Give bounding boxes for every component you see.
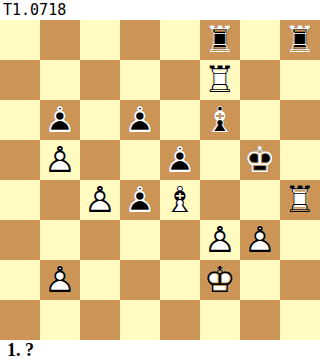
square-g1[interactable] <box>240 300 280 340</box>
square-h5[interactable] <box>280 140 320 180</box>
square-d1[interactable] <box>120 300 160 340</box>
square-e3[interactable] <box>160 220 200 260</box>
puzzle-id: T1.0718 <box>0 0 320 20</box>
piece-white-bishop[interactable]: ♝♗ <box>160 180 200 220</box>
square-b4[interactable] <box>40 180 80 220</box>
square-h4[interactable]: ♜♖ <box>280 180 320 220</box>
piece-white-rook[interactable]: ♜♖ <box>200 60 240 100</box>
square-g6[interactable] <box>240 100 280 140</box>
square-a6[interactable] <box>0 100 40 140</box>
piece-fill-glyph: ♜ <box>200 20 240 60</box>
piece-outline-glyph: ♙ <box>120 100 160 140</box>
piece-outline-glyph: ♙ <box>40 260 80 300</box>
square-c6[interactable] <box>80 100 120 140</box>
square-f5[interactable] <box>200 140 240 180</box>
square-c1[interactable] <box>80 300 120 340</box>
square-c8[interactable] <box>80 20 120 60</box>
square-a7[interactable] <box>0 60 40 100</box>
square-a8[interactable] <box>0 20 40 60</box>
square-c3[interactable] <box>80 220 120 260</box>
square-d4[interactable]: ♟♙ <box>120 180 160 220</box>
square-b1[interactable] <box>40 300 80 340</box>
square-b8[interactable] <box>40 20 80 60</box>
piece-outline-glyph: ♔ <box>200 260 240 300</box>
square-e5[interactable]: ♟♙ <box>160 140 200 180</box>
piece-fill-glyph: ♟ <box>160 140 200 180</box>
piece-black-pawn[interactable]: ♟♙ <box>160 140 200 180</box>
piece-fill-glyph: ♝ <box>200 100 240 140</box>
square-e8[interactable] <box>160 20 200 60</box>
piece-white-pawn[interactable]: ♟♙ <box>80 180 120 220</box>
square-f4[interactable] <box>200 180 240 220</box>
square-a4[interactable] <box>0 180 40 220</box>
square-b6[interactable]: ♟♙ <box>40 100 80 140</box>
piece-fill-glyph: ♟ <box>240 220 280 260</box>
square-h1[interactable] <box>280 300 320 340</box>
piece-outline-glyph: ♗ <box>160 180 200 220</box>
square-d6[interactable]: ♟♙ <box>120 100 160 140</box>
square-d8[interactable] <box>120 20 160 60</box>
piece-fill-glyph: ♟ <box>120 180 160 220</box>
square-g8[interactable] <box>240 20 280 60</box>
piece-outline-glyph: ♗ <box>200 100 240 140</box>
move-prompt: 1. ? <box>0 340 320 360</box>
square-b2[interactable]: ♟♙ <box>40 260 80 300</box>
square-c4[interactable]: ♟♙ <box>80 180 120 220</box>
square-h7[interactable] <box>280 60 320 100</box>
square-d3[interactable] <box>120 220 160 260</box>
piece-fill-glyph: ♟ <box>80 180 120 220</box>
piece-outline-glyph: ♔ <box>240 140 280 180</box>
square-e7[interactable] <box>160 60 200 100</box>
piece-outline-glyph: ♙ <box>80 180 120 220</box>
piece-outline-glyph: ♖ <box>200 60 240 100</box>
square-f6[interactable]: ♝♗ <box>200 100 240 140</box>
square-g4[interactable] <box>240 180 280 220</box>
square-e4[interactable]: ♝♗ <box>160 180 200 220</box>
square-f7[interactable]: ♜♖ <box>200 60 240 100</box>
piece-outline-glyph: ♙ <box>120 180 160 220</box>
square-h3[interactable] <box>280 220 320 260</box>
square-f2[interactable]: ♚♔ <box>200 260 240 300</box>
square-g7[interactable] <box>240 60 280 100</box>
square-h8[interactable]: ♜♖ <box>280 20 320 60</box>
piece-fill-glyph: ♟ <box>40 260 80 300</box>
square-e2[interactable] <box>160 260 200 300</box>
piece-fill-glyph: ♜ <box>280 180 320 220</box>
piece-black-pawn[interactable]: ♟♙ <box>40 100 80 140</box>
square-a3[interactable] <box>0 220 40 260</box>
square-f1[interactable] <box>200 300 240 340</box>
piece-black-bishop[interactable]: ♝♗ <box>200 100 240 140</box>
piece-black-pawn[interactable]: ♟♙ <box>120 180 160 220</box>
piece-black-pawn[interactable]: ♟♙ <box>120 100 160 140</box>
piece-white-pawn[interactable]: ♟♙ <box>40 140 80 180</box>
piece-white-pawn[interactable]: ♟♙ <box>40 260 80 300</box>
piece-black-king[interactable]: ♚♔ <box>240 140 280 180</box>
square-a1[interactable] <box>0 300 40 340</box>
piece-outline-glyph: ♙ <box>160 140 200 180</box>
square-f3[interactable]: ♟♙ <box>200 220 240 260</box>
square-d2[interactable] <box>120 260 160 300</box>
square-a5[interactable] <box>0 140 40 180</box>
square-c5[interactable] <box>80 140 120 180</box>
chess-board: ♜♖♜♖♜♖♟♙♟♙♝♗♟♙♟♙♚♔♟♙♟♙♝♗♜♖♟♙♟♙♟♙♚♔ <box>0 20 320 340</box>
piece-black-rook[interactable]: ♜♖ <box>200 20 240 60</box>
piece-outline-glyph: ♙ <box>40 140 80 180</box>
piece-fill-glyph: ♚ <box>200 260 240 300</box>
square-g3[interactable]: ♟♙ <box>240 220 280 260</box>
piece-outline-glyph: ♙ <box>40 100 80 140</box>
square-c2[interactable] <box>80 260 120 300</box>
piece-fill-glyph: ♟ <box>40 140 80 180</box>
square-h2[interactable] <box>280 260 320 300</box>
square-g5[interactable]: ♚♔ <box>240 140 280 180</box>
square-d5[interactable] <box>120 140 160 180</box>
piece-white-rook[interactable]: ♜♖ <box>280 180 320 220</box>
piece-fill-glyph: ♚ <box>240 140 280 180</box>
square-b5[interactable]: ♟♙ <box>40 140 80 180</box>
piece-fill-glyph: ♜ <box>200 60 240 100</box>
piece-outline-glyph: ♖ <box>280 180 320 220</box>
piece-white-pawn[interactable]: ♟♙ <box>240 220 280 260</box>
piece-outline-glyph: ♖ <box>200 20 240 60</box>
square-g2[interactable] <box>240 260 280 300</box>
piece-white-pawn[interactable]: ♟♙ <box>200 220 240 260</box>
square-c7[interactable] <box>80 60 120 100</box>
piece-fill-glyph: ♝ <box>160 180 200 220</box>
square-a2[interactable] <box>0 260 40 300</box>
piece-fill-glyph: ♟ <box>200 220 240 260</box>
square-f8[interactable]: ♜♖ <box>200 20 240 60</box>
square-e1[interactable] <box>160 300 200 340</box>
piece-outline-glyph: ♙ <box>200 220 240 260</box>
piece-black-rook[interactable]: ♜♖ <box>280 20 320 60</box>
square-b3[interactable] <box>40 220 80 260</box>
piece-white-king[interactable]: ♚♔ <box>200 260 240 300</box>
piece-fill-glyph: ♟ <box>40 100 80 140</box>
piece-fill-glyph: ♟ <box>120 100 160 140</box>
square-h6[interactable] <box>280 100 320 140</box>
piece-fill-glyph: ♜ <box>280 20 320 60</box>
square-b7[interactable] <box>40 60 80 100</box>
piece-outline-glyph: ♖ <box>280 20 320 60</box>
piece-outline-glyph: ♙ <box>240 220 280 260</box>
square-e6[interactable] <box>160 100 200 140</box>
square-d7[interactable] <box>120 60 160 100</box>
